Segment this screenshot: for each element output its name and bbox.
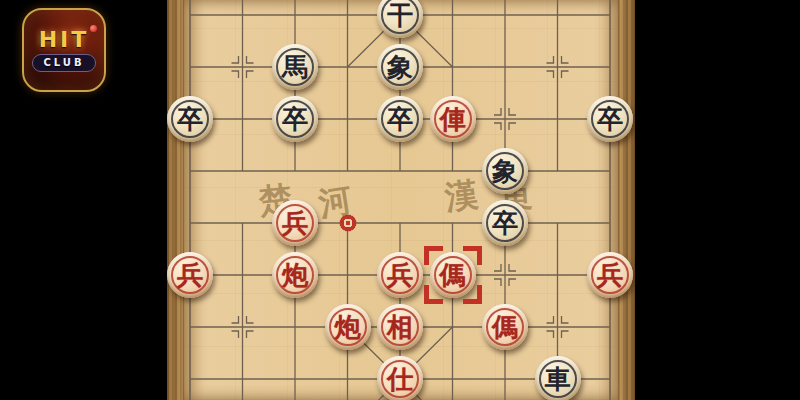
piece-character: 兵 <box>387 262 413 288</box>
piece-black-chariot[interactable]: 車 <box>535 356 581 400</box>
piece-character: 兵 <box>282 210 308 236</box>
game-screen: HIT CLUB 楚河漢界 干 馬 象 卒 卒 卒 俥 卒 <box>0 0 800 400</box>
logo-text-club: CLUB <box>32 54 95 72</box>
piece-black-pawn[interactable]: 卒 <box>587 96 633 142</box>
river-label-char: 漢 <box>442 172 480 221</box>
xiangqi-board[interactable]: 楚河漢界 干 馬 象 卒 卒 卒 俥 卒 象 兵 卒 <box>167 0 635 400</box>
piece-character: 卒 <box>597 106 623 132</box>
piece-character: 卒 <box>177 106 203 132</box>
piece-red-pawn[interactable]: 兵 <box>587 252 633 298</box>
piece-character: 仕 <box>387 366 413 392</box>
piece-black-pawn[interactable]: 卒 <box>482 200 528 246</box>
last-move-dot <box>339 214 357 232</box>
piece-character: 傌 <box>440 262 466 288</box>
piece-red-cannon[interactable]: 炮 <box>325 304 371 350</box>
piece-character: 兵 <box>597 262 623 288</box>
piece-character: 炮 <box>335 314 361 340</box>
piece-black-pawn[interactable]: 卒 <box>272 96 318 142</box>
piece-character: 車 <box>545 366 571 392</box>
piece-character: 象 <box>492 158 518 184</box>
piece-character: 相 <box>387 314 413 340</box>
piece-red-elephant[interactable]: 相 <box>377 304 423 350</box>
piece-character: 炮 <box>282 262 308 288</box>
piece-black-horse[interactable]: 馬 <box>272 44 318 90</box>
piece-character: 俥 <box>440 106 466 132</box>
piece-character: 兵 <box>177 262 203 288</box>
piece-character: 象 <box>387 54 413 80</box>
piece-character: 干 <box>387 2 413 28</box>
piece-black-pawn[interactable]: 卒 <box>167 96 213 142</box>
piece-red-horse[interactable]: 傌 <box>482 304 528 350</box>
piece-character: 卒 <box>492 210 518 236</box>
piece-black-elephant[interactable]: 象 <box>377 44 423 90</box>
piece-character: 傌 <box>492 314 518 340</box>
piece-red-pawn[interactable]: 兵 <box>167 252 213 298</box>
piece-red-chariot[interactable]: 俥 <box>430 96 476 142</box>
piece-red-pawn[interactable]: 兵 <box>272 200 318 246</box>
piece-character: 卒 <box>282 106 308 132</box>
piece-red-horse[interactable]: 傌 <box>430 252 476 298</box>
piece-red-cannon[interactable]: 炮 <box>272 252 318 298</box>
piece-black-elephant[interactable]: 象 <box>482 148 528 194</box>
piece-red-pawn[interactable]: 兵 <box>377 252 423 298</box>
logo-text-hit: HIT <box>39 29 90 51</box>
piece-black-pawn[interactable]: 卒 <box>377 96 423 142</box>
hit-club-logo: HIT CLUB <box>22 8 106 92</box>
piece-character: 卒 <box>387 106 413 132</box>
piece-character: 馬 <box>282 54 308 80</box>
piece-red-advisor[interactable]: 仕 <box>377 356 423 400</box>
